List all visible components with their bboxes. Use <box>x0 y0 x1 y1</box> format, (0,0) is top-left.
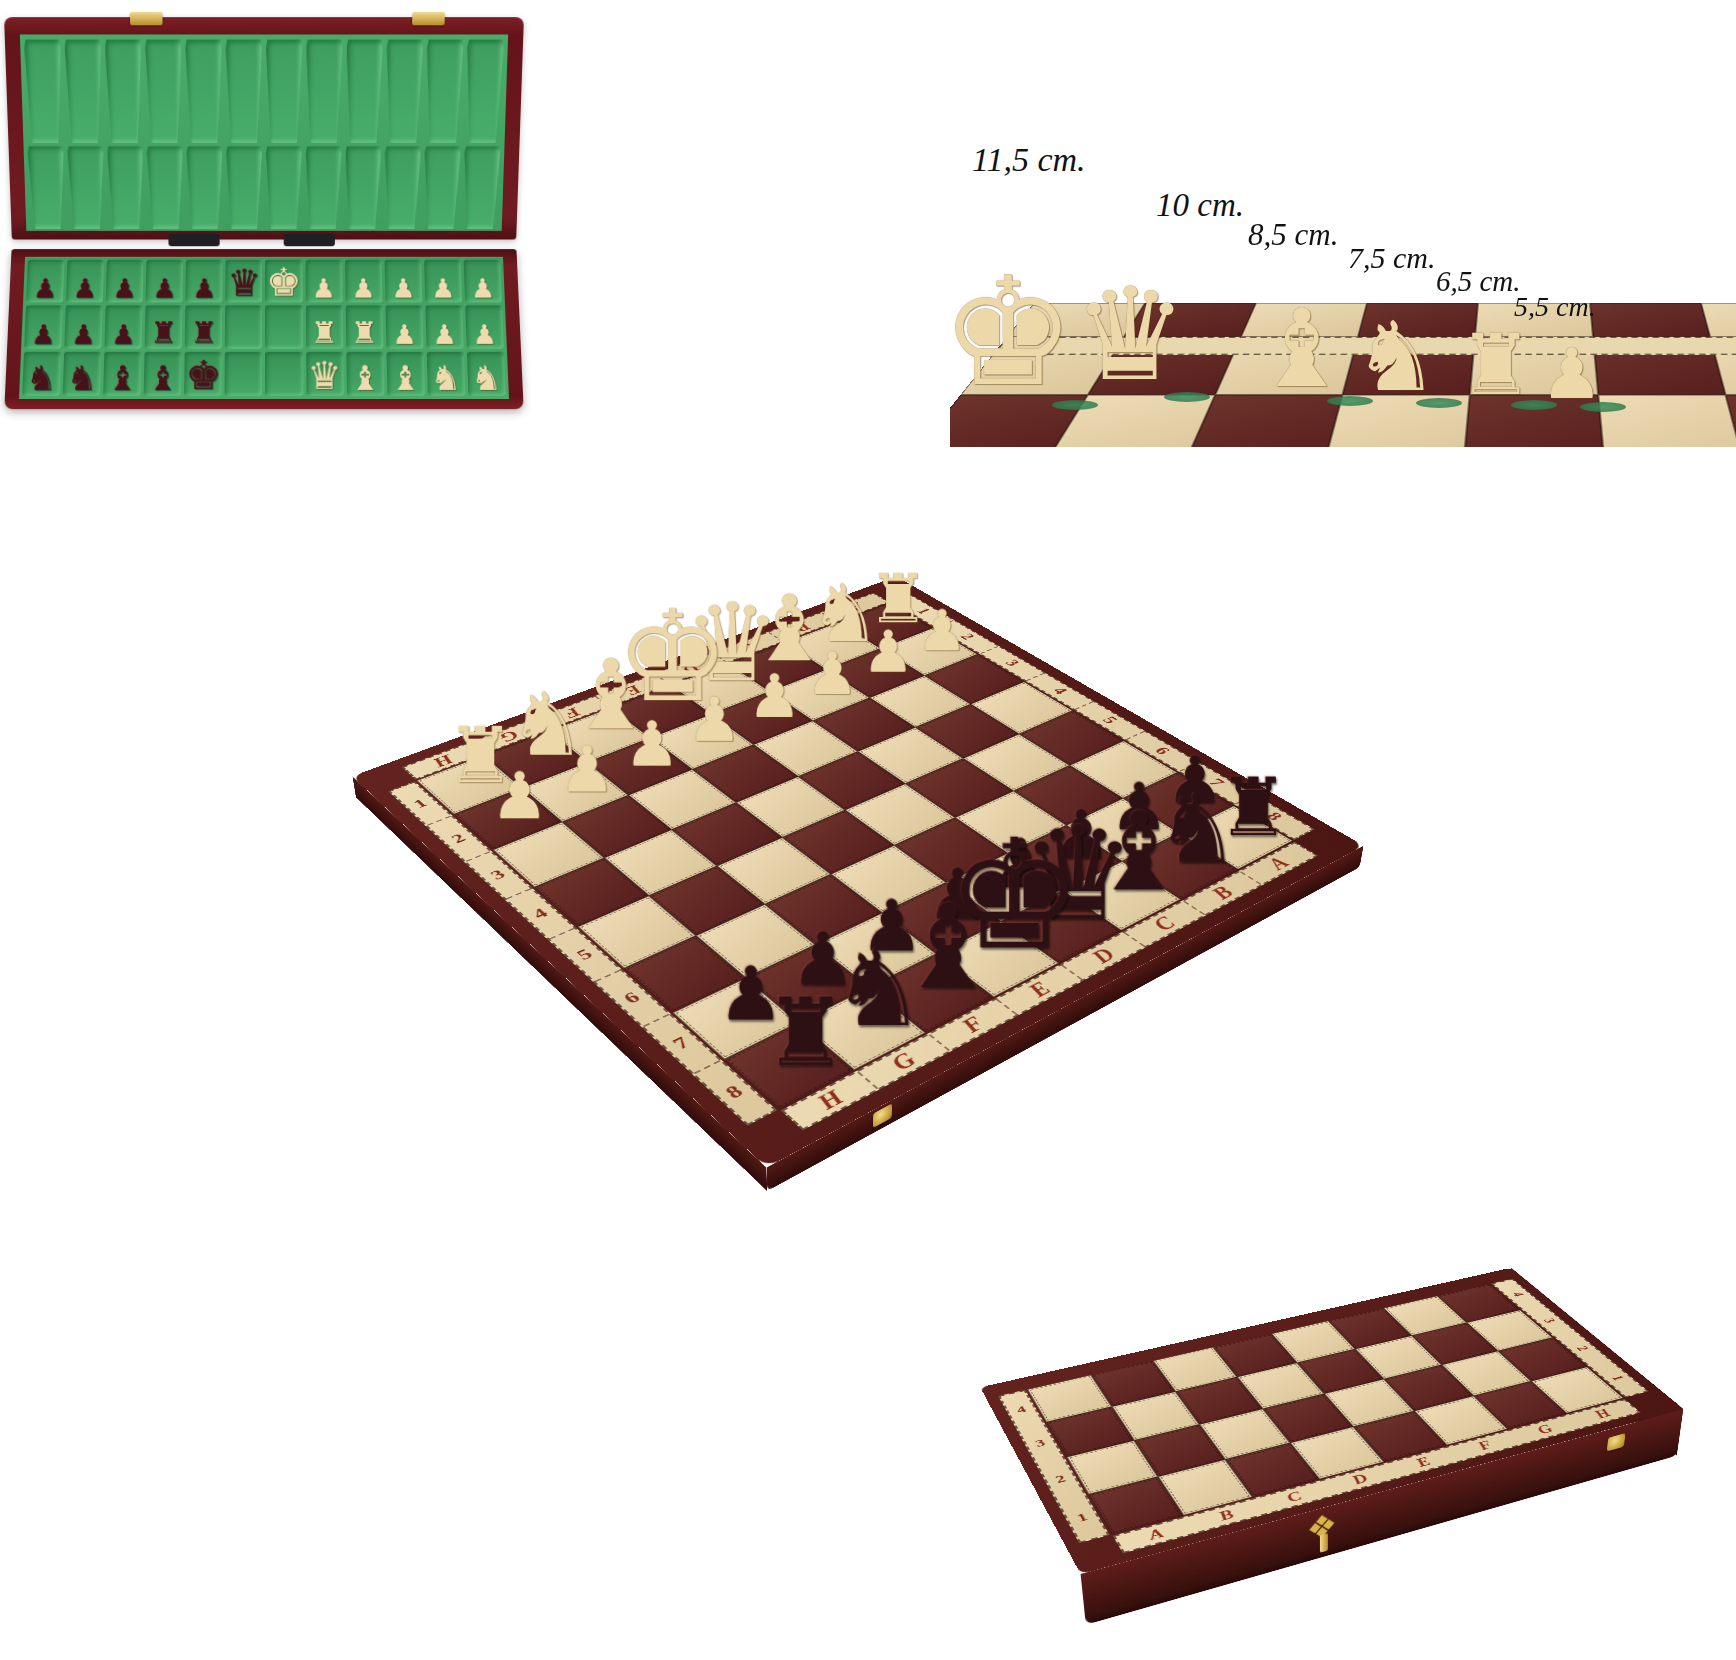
piece-sizes-photo: ♚11,5 cm.♛10 cm.♝8,5 cm.♞7,5 cm.♜6,5 cm.… <box>950 85 1736 447</box>
stored-piece-cream-p: ♟ <box>351 275 376 301</box>
brass-clasp-icon <box>412 12 445 25</box>
piece-white-p-f2: ♟ <box>624 713 680 775</box>
tray-slot: ♟ <box>24 305 63 348</box>
lid-felt <box>20 34 508 230</box>
board-square <box>1590 303 1710 337</box>
pawn-glyph: ♟ <box>1541 339 1604 409</box>
bishop-glyph: ♝ <box>1254 295 1351 403</box>
felt-slot <box>147 146 184 229</box>
tray-slot: ♜ <box>185 305 223 348</box>
felt-slot <box>385 40 423 144</box>
tray-slot <box>265 352 303 396</box>
tray-slot: ♟ <box>26 260 64 303</box>
felt-slot <box>24 40 63 144</box>
stored-piece-cream-p: ♟ <box>392 321 417 348</box>
stored-piece-dark-r: ♜ <box>150 318 177 348</box>
coordinate-label: 5 <box>572 945 598 964</box>
tray-slot: ♟ <box>106 260 144 303</box>
coordinate-label: B <box>1215 1506 1237 1523</box>
tray-slot: ♟ <box>146 260 184 303</box>
coordinate-label: F <box>1474 1438 1497 1453</box>
stored-piece-dark-n: ♞ <box>26 361 58 395</box>
tray-slot: ♟ <box>424 260 462 303</box>
coordinate-label: 4 <box>528 905 553 923</box>
felt-slot <box>345 40 382 144</box>
stored-piece-cream-p: ♟ <box>432 321 457 348</box>
height-label-pawn: 5,5 cm. <box>1514 291 1596 323</box>
coordinate-label: C <box>1283 1488 1306 1504</box>
tray-slot: ♝ <box>386 352 424 396</box>
lid-slot-row <box>24 40 504 144</box>
hasp-bar <box>1320 1533 1328 1553</box>
brass-clasp-icon <box>130 12 163 25</box>
stored-piece-dark-r: ♜ <box>190 318 217 348</box>
lid-slot-row <box>28 146 501 229</box>
felt-slot <box>306 40 343 144</box>
main-board-photo: 1234567812345678HGFEDCBAHGFEDCBA♜♞♝♚♛♝♞♜… <box>140 415 1550 1205</box>
tray-slot: ♛ <box>306 352 344 396</box>
king-glyph: ♚ <box>950 257 1075 407</box>
chess-set-collage: ♟♟♟♟♟♛♚♟♟♟♟♟♟♟♟♜♜♜♜♟♟♟♞♞♝♝♚♛♝♝♞♞ ♚11,5 c… <box>0 0 1736 1660</box>
height-label-queen: 10 cm. <box>1156 187 1244 224</box>
tray-slot: ♟ <box>105 305 143 348</box>
stored-piece-dark-p: ♟ <box>33 275 58 301</box>
tray-slot: ♜ <box>305 305 343 348</box>
piece-white-p-h2: ♟ <box>491 764 549 829</box>
tray-felt: ♟♟♟♟♟♛♚♟♟♟♟♟♟♟♟♜♜♜♜♟♟♟♞♞♝♝♚♛♝♝♞♞ <box>19 257 509 399</box>
tray-slot: ♟ <box>425 305 463 348</box>
tray-slot: ♞ <box>22 352 61 396</box>
chess-board: 1234567812345678HGFEDCBAHGFEDCBA♜♞♝♚♛♝♞♜… <box>352 576 1363 1167</box>
tray-slot: ♟ <box>345 260 383 303</box>
tray-row: ♟♟♟♜♜♜♜♟♟♟ <box>24 305 504 348</box>
coordinate-label: 2 <box>1572 1344 1593 1352</box>
coordinate-label: 3 <box>486 867 510 884</box>
rook-glyph: ♜ <box>1458 323 1533 407</box>
coordinate-label: G <box>885 1048 923 1074</box>
coordinate-label: 1 <box>409 796 431 811</box>
felt-slot <box>305 146 341 229</box>
felt-slot <box>462 146 500 229</box>
height-label-rook: 6,5 cm. <box>1436 265 1521 298</box>
coordinate-label: E <box>1412 1454 1435 1469</box>
felt-slot <box>266 40 302 144</box>
coordinate-label: A <box>1145 1525 1167 1542</box>
stored-piece-dark-k: ♚ <box>185 355 222 395</box>
tray-row: ♟♟♟♟♟♛♚♟♟♟♟♟ <box>26 260 502 303</box>
tray-slot: ♚ <box>265 260 302 303</box>
closed-box: 43214321ABCDEFGH❖ <box>980 1267 1683 1573</box>
felt-slot <box>107 146 144 229</box>
felt-slot <box>226 146 262 229</box>
knight-glyph: ♞ <box>1353 309 1439 405</box>
coordinate-label: B <box>1206 883 1240 903</box>
stored-piece-dark-p: ♟ <box>31 321 56 348</box>
tray-slot: ♝ <box>144 352 182 396</box>
stored-piece-dark-p: ♟ <box>72 275 97 301</box>
coordinate-label: 1 <box>1607 1373 1628 1381</box>
tray-slot: ♞ <box>63 352 102 396</box>
stored-piece-cream-p: ♟ <box>391 275 416 301</box>
piece-white-p-d2: ♟ <box>748 666 802 726</box>
tray-slot <box>265 305 302 348</box>
felt-slot <box>105 40 143 144</box>
tray-row: ♞♞♝♝♚♛♝♝♞♞ <box>22 352 506 396</box>
ornate-brass-hasp-icon: ❖ <box>1306 1506 1340 1558</box>
piece-white-p-b2: ♟ <box>862 623 914 681</box>
felt-slot <box>345 146 382 229</box>
felt-slot <box>226 40 262 144</box>
hinge-icon <box>168 234 219 247</box>
felt-slot <box>145 40 182 144</box>
coordinate-label: A <box>1262 854 1296 874</box>
tray-slot: ♛ <box>226 260 263 303</box>
coordinate-label: 3 <box>1539 1317 1559 1324</box>
piece-white-p-e2: ♟ <box>687 689 742 750</box>
stored-piece-dark-b: ♝ <box>147 361 178 395</box>
felt-slot <box>28 146 66 229</box>
tray-slot: ♝ <box>103 352 141 396</box>
open-box-photo: ♟♟♟♟♟♛♚♟♟♟♟♟♟♟♟♜♜♜♜♟♟♟♞♞♝♝♚♛♝♝♞♞ <box>8 18 520 410</box>
stored-piece-dark-p: ♟ <box>192 275 216 301</box>
open-box-tray: ♟♟♟♟♟♛♚♟♟♟♟♟♟♟♟♜♜♜♜♟♟♟♞♞♝♝♚♛♝♝♞♞ <box>4 249 523 409</box>
coordinate-label: H <box>811 1086 850 1114</box>
queen-glyph: ♛ <box>1073 271 1188 399</box>
coordinate-label: 3 <box>1033 1437 1048 1450</box>
stored-piece-dark-p: ♟ <box>112 275 137 301</box>
stored-piece-cream-p: ♟ <box>431 275 456 301</box>
coordinate-label: H <box>1590 1406 1615 1420</box>
felt-slot <box>64 40 103 144</box>
stored-piece-dark-p: ♟ <box>71 321 96 348</box>
stored-piece-dark-n: ♞ <box>66 361 98 395</box>
coordinate-label: 5 <box>1097 714 1122 726</box>
tray-slot <box>225 352 263 396</box>
felt-slot <box>67 146 105 229</box>
stored-piece-cream-n: ♞ <box>430 361 462 395</box>
coordinate-label: 2 <box>447 830 470 846</box>
coordinate-label: C <box>1147 913 1182 934</box>
tray-slot: ♟ <box>463 260 501 303</box>
stored-piece-cream-k: ♚ <box>266 263 302 302</box>
felt-slot <box>425 40 464 144</box>
stored-piece-dark-q: ♛ <box>227 265 261 302</box>
stored-piece-cream-p: ♟ <box>470 275 495 301</box>
felt-slot <box>185 40 222 144</box>
coordinate-label: 4 <box>1014 1404 1028 1416</box>
stored-piece-dark-p: ♟ <box>111 321 136 348</box>
felt-slot <box>266 146 302 229</box>
tray-slot <box>225 305 262 348</box>
felt-slot <box>186 146 222 229</box>
coordinate-label: 2 <box>1053 1472 1068 1485</box>
height-label-king: 11,5 cm. <box>972 141 1086 179</box>
closed-box-photo: 43214321ABCDEFGH❖ <box>920 1135 1736 1660</box>
stored-piece-cream-r: ♜ <box>311 318 338 348</box>
piece-white-p-g2: ♟ <box>559 738 616 802</box>
coordinate-label: E <box>1022 978 1058 1001</box>
felt-slot <box>423 146 461 229</box>
stored-piece-dark-b: ♝ <box>107 361 139 395</box>
tray-slot: ♟ <box>66 260 104 303</box>
stored-piece-dark-p: ♟ <box>152 275 177 301</box>
tray-slot: ♞ <box>467 352 506 396</box>
coordinate-label: 6 <box>618 988 645 1008</box>
stored-piece-cream-p: ♟ <box>312 275 336 301</box>
tray-slot: ♝ <box>346 352 384 396</box>
stored-piece-cream-b: ♝ <box>390 361 422 395</box>
tray-slot: ♜ <box>145 305 183 348</box>
brass-latch-icon <box>1607 1433 1626 1451</box>
open-box-lid <box>4 17 524 239</box>
felt-slot <box>384 146 421 229</box>
tray-slot: ♟ <box>305 260 342 303</box>
coordinate-label: 8 <box>720 1081 749 1103</box>
height-label-bishop: 8,5 cm. <box>1248 217 1338 253</box>
stored-piece-cream-q: ♛ <box>307 357 342 395</box>
coordinate-label: F <box>955 1013 991 1037</box>
stored-piece-cream-n: ♞ <box>470 361 502 395</box>
coordinate-label: D <box>1348 1471 1372 1487</box>
stored-piece-cream-b: ♝ <box>349 361 380 395</box>
hinge-icon <box>284 234 335 247</box>
stored-piece-cream-r: ♜ <box>351 318 378 348</box>
tray-slot: ♟ <box>186 260 223 303</box>
tray-slot: ♚ <box>184 352 222 396</box>
piece-black-r-h8: ♜ <box>764 986 848 1080</box>
tray-slot: ♟ <box>385 305 423 348</box>
stored-piece-cream-p: ♟ <box>472 321 497 348</box>
coordinate-label: 4 <box>1508 1291 1527 1298</box>
coordinate-label: 1 <box>1074 1510 1090 1524</box>
coordinate-label: 4 <box>1047 685 1071 696</box>
piece-white-p-c2: ♟ <box>806 644 859 703</box>
tray-slot: ♟ <box>64 305 102 348</box>
coordinate-label: G <box>1533 1422 1557 1437</box>
brass-latch-icon <box>873 1103 892 1128</box>
tray-slot: ♟ <box>465 305 504 348</box>
tray-slot: ♜ <box>345 305 383 348</box>
felt-slot <box>465 40 504 144</box>
height-label-knight: 7,5 cm. <box>1348 241 1435 275</box>
coordinate-label: D <box>1085 945 1121 968</box>
tray-slot: ♟ <box>384 260 422 303</box>
coordinate-label: 3 <box>1000 658 1024 669</box>
coordinate-label: 7 <box>667 1033 695 1054</box>
tray-slot: ♞ <box>426 352 465 396</box>
